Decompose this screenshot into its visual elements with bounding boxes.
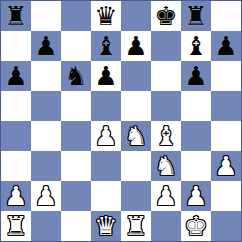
square-h8[interactable] — [211, 1, 241, 31]
square-c5[interactable] — [61, 91, 91, 121]
square-e8[interactable] — [121, 1, 151, 31]
square-e2[interactable] — [121, 181, 151, 211]
square-g5[interactable] — [181, 91, 211, 121]
piece-white-pawn[interactable]: ♟ — [4, 181, 27, 211]
piece-black-queen[interactable]: ♛ — [94, 1, 117, 31]
square-e6[interactable] — [121, 61, 151, 91]
piece-black-rook[interactable]: ♜ — [4, 1, 27, 31]
square-h3[interactable]: ♟ — [211, 151, 241, 181]
piece-white-bishop[interactable]: ♝ — [154, 121, 177, 151]
square-h4[interactable] — [211, 121, 241, 151]
piece-white-rook[interactable]: ♜ — [4, 211, 27, 241]
square-b8[interactable] — [31, 1, 61, 31]
piece-white-pawn[interactable]: ♟ — [184, 181, 207, 211]
square-g4[interactable] — [181, 121, 211, 151]
square-f3[interactable]: ♞ — [151, 151, 181, 181]
piece-black-pawn[interactable]: ♟ — [94, 61, 117, 91]
square-d7[interactable]: ♝ — [91, 31, 121, 61]
square-g2[interactable]: ♟ — [181, 181, 211, 211]
square-c7[interactable] — [61, 31, 91, 61]
square-b7[interactable]: ♟ — [31, 31, 61, 61]
square-c4[interactable] — [61, 121, 91, 151]
piece-black-bishop[interactable]: ♝ — [184, 31, 207, 61]
square-d5[interactable] — [91, 91, 121, 121]
piece-white-king[interactable]: ♚ — [184, 211, 207, 241]
piece-white-rook[interactable]: ♜ — [124, 211, 147, 241]
piece-white-queen[interactable]: ♛ — [94, 211, 117, 241]
square-g1[interactable]: ♚ — [181, 211, 211, 241]
square-g7[interactable]: ♝ — [181, 31, 211, 61]
piece-white-pawn[interactable]: ♟ — [94, 121, 117, 151]
square-a3[interactable] — [1, 151, 31, 181]
square-c6[interactable]: ♞ — [61, 61, 91, 91]
square-h2[interactable] — [211, 181, 241, 211]
square-g8[interactable]: ♜ — [181, 1, 211, 31]
square-d8[interactable]: ♛ — [91, 1, 121, 31]
square-a5[interactable] — [1, 91, 31, 121]
square-c2[interactable] — [61, 181, 91, 211]
square-d6[interactable]: ♟ — [91, 61, 121, 91]
square-f4[interactable]: ♝ — [151, 121, 181, 151]
square-h5[interactable] — [211, 91, 241, 121]
square-c1[interactable] — [61, 211, 91, 241]
square-c8[interactable] — [61, 1, 91, 31]
piece-white-pawn[interactable]: ♟ — [154, 181, 177, 211]
square-d4[interactable]: ♟ — [91, 121, 121, 151]
square-d3[interactable] — [91, 151, 121, 181]
square-a1[interactable]: ♜ — [1, 211, 31, 241]
square-e1[interactable]: ♜ — [121, 211, 151, 241]
square-b1[interactable] — [31, 211, 61, 241]
square-f1[interactable] — [151, 211, 181, 241]
square-e4[interactable]: ♞ — [121, 121, 151, 151]
square-b6[interactable] — [31, 61, 61, 91]
square-h1[interactable] — [211, 211, 241, 241]
square-f2[interactable]: ♟ — [151, 181, 181, 211]
square-f5[interactable] — [151, 91, 181, 121]
square-e7[interactable]: ♟ — [121, 31, 151, 61]
square-c3[interactable] — [61, 151, 91, 181]
piece-black-knight[interactable]: ♞ — [64, 61, 87, 91]
square-e3[interactable] — [121, 151, 151, 181]
square-a4[interactable] — [1, 121, 31, 151]
piece-white-pawn[interactable]: ♟ — [34, 181, 57, 211]
square-g3[interactable] — [181, 151, 211, 181]
square-f6[interactable] — [151, 61, 181, 91]
square-g6[interactable]: ♟ — [181, 61, 211, 91]
square-f8[interactable]: ♚ — [151, 1, 181, 31]
square-a8[interactable]: ♜ — [1, 1, 31, 31]
square-b5[interactable] — [31, 91, 61, 121]
piece-black-pawn[interactable]: ♟ — [34, 31, 57, 61]
square-b4[interactable] — [31, 121, 61, 151]
piece-black-king[interactable]: ♚ — [154, 1, 177, 31]
square-a7[interactable] — [1, 31, 31, 61]
piece-white-pawn[interactable]: ♟ — [214, 151, 237, 181]
piece-black-pawn[interactable]: ♟ — [4, 61, 27, 91]
piece-black-pawn[interactable]: ♟ — [184, 61, 207, 91]
square-f7[interactable] — [151, 31, 181, 61]
square-h7[interactable]: ♟ — [211, 31, 241, 61]
square-d1[interactable]: ♛ — [91, 211, 121, 241]
piece-black-pawn[interactable]: ♟ — [214, 31, 237, 61]
square-a2[interactable]: ♟ — [1, 181, 31, 211]
square-d2[interactable] — [91, 181, 121, 211]
piece-black-pawn[interactable]: ♟ — [124, 31, 147, 61]
piece-white-knight[interactable]: ♞ — [154, 151, 177, 181]
chess-board: ♜♛♚♜♟♝♟♝♟♟♞♟♟♟♞♝♞♟♟♟♟♟♜♛♜♚ — [0, 0, 242, 242]
piece-black-bishop[interactable]: ♝ — [94, 31, 117, 61]
square-h6[interactable] — [211, 61, 241, 91]
piece-black-rook[interactable]: ♜ — [184, 1, 207, 31]
square-a6[interactable]: ♟ — [1, 61, 31, 91]
square-b3[interactable] — [31, 151, 61, 181]
square-e5[interactable] — [121, 91, 151, 121]
piece-white-knight[interactable]: ♞ — [124, 121, 147, 151]
square-b2[interactable]: ♟ — [31, 181, 61, 211]
